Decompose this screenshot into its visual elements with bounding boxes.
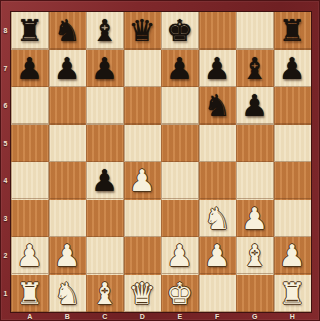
rank-label-5: 5	[0, 125, 11, 163]
rank-label-1: 1	[0, 275, 11, 313]
board: ♜♞♝♛♚♜♟♟♟♟♟♝♟♞♟♟♟♞♟♟♟♟♟♝♟♜♞♝♛♚♜	[11, 12, 311, 312]
square-f4[interactable]	[199, 162, 237, 200]
square-c2[interactable]	[86, 237, 124, 275]
square-f2[interactable]: ♟	[199, 237, 237, 275]
piece-white-pawn[interactable]: ♟	[204, 237, 231, 274]
piece-black-bishop[interactable]: ♝	[241, 50, 268, 87]
square-c5[interactable]	[86, 125, 124, 163]
square-b5[interactable]	[49, 125, 87, 163]
square-f7[interactable]: ♟	[199, 50, 237, 88]
piece-white-bishop[interactable]: ♝	[91, 275, 118, 312]
square-g7[interactable]: ♝	[236, 50, 274, 88]
square-a3[interactable]	[11, 200, 49, 238]
square-f6[interactable]: ♞	[199, 87, 237, 125]
square-e8[interactable]: ♚	[161, 12, 199, 50]
file-label-g: G	[236, 312, 274, 321]
piece-white-queen[interactable]: ♛	[129, 275, 156, 312]
square-h2[interactable]: ♟	[274, 237, 312, 275]
square-e5[interactable]	[161, 125, 199, 163]
rank-label-7: 7	[0, 50, 11, 88]
square-b3[interactable]	[49, 200, 87, 238]
square-h3[interactable]	[274, 200, 312, 238]
rank-label-6: 6	[0, 87, 11, 125]
square-b2[interactable]: ♟	[49, 237, 87, 275]
piece-white-bishop[interactable]: ♝	[241, 237, 268, 274]
square-b8[interactable]: ♞	[49, 12, 87, 50]
square-c4[interactable]: ♟	[86, 162, 124, 200]
square-a5[interactable]	[11, 125, 49, 163]
square-g4[interactable]	[236, 162, 274, 200]
piece-black-pawn[interactable]: ♟	[241, 87, 268, 124]
square-d2[interactable]	[124, 237, 162, 275]
square-e6[interactable]	[161, 87, 199, 125]
square-h7[interactable]: ♟	[274, 50, 312, 88]
board-frame: 87654321 ♜♞♝♛♚♜♟♟♟♟♟♝♟♞♟♟♟♞♟♟♟♟♟♝♟♜♞♝♛♚♜…	[0, 0, 320, 321]
rank-label-3: 3	[0, 200, 11, 238]
square-e3[interactable]	[161, 200, 199, 238]
square-a2[interactable]: ♟	[11, 237, 49, 275]
piece-white-knight[interactable]: ♞	[204, 200, 231, 237]
square-f1[interactable]	[199, 275, 237, 313]
piece-white-king[interactable]: ♚	[166, 275, 193, 312]
square-d7[interactable]	[124, 50, 162, 88]
rank-label-4: 4	[0, 162, 11, 200]
square-b1[interactable]: ♞	[49, 275, 87, 313]
piece-black-rook[interactable]: ♜	[279, 12, 306, 49]
square-h8[interactable]: ♜	[274, 12, 312, 50]
square-a6[interactable]	[11, 87, 49, 125]
square-h4[interactable]	[274, 162, 312, 200]
piece-white-rook[interactable]: ♜	[16, 275, 43, 312]
square-f8[interactable]	[199, 12, 237, 50]
piece-white-pawn[interactable]: ♟	[241, 200, 268, 237]
piece-black-knight[interactable]: ♞	[204, 87, 231, 124]
piece-black-pawn[interactable]: ♟	[16, 50, 43, 87]
square-c1[interactable]: ♝	[86, 275, 124, 313]
piece-black-knight[interactable]: ♞	[54, 12, 81, 49]
piece-white-pawn[interactable]: ♟	[54, 237, 81, 274]
square-d5[interactable]	[124, 125, 162, 163]
piece-black-pawn[interactable]: ♟	[279, 50, 306, 87]
file-label-b: B	[49, 312, 87, 321]
square-g3[interactable]: ♟	[236, 200, 274, 238]
square-d3[interactable]	[124, 200, 162, 238]
piece-black-pawn[interactable]: ♟	[166, 50, 193, 87]
square-a8[interactable]: ♜	[11, 12, 49, 50]
piece-black-pawn[interactable]: ♟	[204, 50, 231, 87]
file-label-a: A	[11, 312, 49, 321]
piece-white-knight[interactable]: ♞	[54, 275, 81, 312]
rank-labels: 87654321	[0, 12, 11, 312]
rank-label-8: 8	[0, 12, 11, 50]
square-d4[interactable]: ♟	[124, 162, 162, 200]
square-h1[interactable]: ♜	[274, 275, 312, 313]
piece-white-pawn[interactable]: ♟	[16, 237, 43, 274]
square-g8[interactable]	[236, 12, 274, 50]
file-label-c: C	[86, 312, 124, 321]
square-a4[interactable]	[11, 162, 49, 200]
piece-black-pawn[interactable]: ♟	[91, 50, 118, 87]
square-g5[interactable]	[236, 125, 274, 163]
piece-black-queen[interactable]: ♛	[129, 12, 156, 49]
square-c8[interactable]: ♝	[86, 12, 124, 50]
square-a7[interactable]: ♟	[11, 50, 49, 88]
square-g1[interactable]	[236, 275, 274, 313]
file-labels: ABCDEFGH	[11, 312, 311, 321]
square-e1[interactable]: ♚	[161, 275, 199, 313]
file-label-d: D	[124, 312, 162, 321]
piece-white-rook[interactable]: ♜	[279, 275, 306, 312]
piece-white-pawn[interactable]: ♟	[166, 237, 193, 274]
piece-white-pawn[interactable]: ♟	[129, 162, 156, 199]
square-e2[interactable]: ♟	[161, 237, 199, 275]
square-c7[interactable]: ♟	[86, 50, 124, 88]
square-d8[interactable]: ♛	[124, 12, 162, 50]
file-label-h: H	[274, 312, 312, 321]
square-b4[interactable]	[49, 162, 87, 200]
piece-black-rook[interactable]: ♜	[16, 12, 43, 49]
square-g6[interactable]: ♟	[236, 87, 274, 125]
square-b7[interactable]: ♟	[49, 50, 87, 88]
square-b6[interactable]	[49, 87, 87, 125]
rank-label-2: 2	[0, 237, 11, 275]
square-c3[interactable]	[86, 200, 124, 238]
piece-black-king[interactable]: ♚	[166, 12, 193, 49]
square-e7[interactable]: ♟	[161, 50, 199, 88]
square-h6[interactable]	[274, 87, 312, 125]
square-f3[interactable]: ♞	[199, 200, 237, 238]
square-d1[interactable]: ♛	[124, 275, 162, 313]
piece-black-bishop[interactable]: ♝	[91, 12, 118, 49]
square-e4[interactable]	[161, 162, 199, 200]
square-g2[interactable]: ♝	[236, 237, 274, 275]
square-a1[interactable]: ♜	[11, 275, 49, 313]
piece-white-pawn[interactable]: ♟	[279, 237, 306, 274]
piece-black-pawn[interactable]: ♟	[91, 162, 118, 199]
file-label-e: E	[161, 312, 199, 321]
square-h5[interactable]	[274, 125, 312, 163]
square-c6[interactable]	[86, 87, 124, 125]
piece-black-pawn[interactable]: ♟	[54, 50, 81, 87]
square-f5[interactable]	[199, 125, 237, 163]
file-label-f: F	[199, 312, 237, 321]
square-d6[interactable]	[124, 87, 162, 125]
